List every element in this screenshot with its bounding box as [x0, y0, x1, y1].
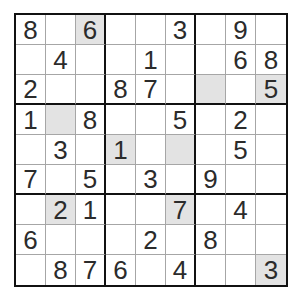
cell-r1c2[interactable] — [46, 15, 76, 45]
cell-r8c7[interactable]: 8 — [196, 225, 226, 255]
cell-r3c2[interactable] — [46, 75, 76, 105]
cell-r7c1[interactable] — [16, 195, 46, 225]
cell-r3c4[interactable]: 8 — [106, 75, 136, 105]
cell-r3c9[interactable]: 5 — [256, 75, 286, 105]
cell-r5c1[interactable] — [16, 135, 46, 165]
cell-r9c5[interactable] — [136, 255, 166, 285]
cell-r6c6[interactable] — [166, 165, 196, 195]
cell-r8c5[interactable]: 2 — [136, 225, 166, 255]
cell-r2c3[interactable] — [76, 45, 106, 75]
cell-r1c4[interactable] — [106, 15, 136, 45]
cell-r2c6[interactable] — [166, 45, 196, 75]
cell-r2c4[interactable] — [106, 45, 136, 75]
cell-r4c7[interactable] — [196, 105, 226, 135]
cell-r5c9[interactable] — [256, 135, 286, 165]
cell-r8c4[interactable] — [106, 225, 136, 255]
cell-r9c4[interactable]: 6 — [106, 255, 136, 285]
cell-r9c6[interactable]: 4 — [166, 255, 196, 285]
cell-r7c2[interactable]: 2 — [46, 195, 76, 225]
cell-r5c5[interactable] — [136, 135, 166, 165]
cell-r4c4[interactable] — [106, 105, 136, 135]
cell-r8c2[interactable] — [46, 225, 76, 255]
cell-r5c4[interactable]: 1 — [106, 135, 136, 165]
cell-r6c2[interactable] — [46, 165, 76, 195]
sudoku-page: { "game": "sudoku", "board": { "size": 9… — [0, 0, 300, 300]
cell-r6c4[interactable] — [106, 165, 136, 195]
cell-r1c5[interactable] — [136, 15, 166, 45]
cell-r4c6[interactable]: 5 — [166, 105, 196, 135]
cell-r8c8[interactable] — [226, 225, 256, 255]
cell-r7c4[interactable] — [106, 195, 136, 225]
sudoku-grid: 86394168287518523157539217462887643 — [14, 13, 288, 287]
cell-r9c1[interactable] — [16, 255, 46, 285]
cell-r1c3[interactable]: 6 — [76, 15, 106, 45]
cell-r4c2[interactable] — [46, 105, 76, 135]
cell-r4c3[interactable]: 8 — [76, 105, 106, 135]
cell-r5c7[interactable] — [196, 135, 226, 165]
cell-r5c6[interactable] — [166, 135, 196, 165]
cell-r8c1[interactable]: 6 — [16, 225, 46, 255]
cell-r7c3[interactable]: 1 — [76, 195, 106, 225]
cell-r1c8[interactable]: 9 — [226, 15, 256, 45]
cell-r7c6[interactable]: 7 — [166, 195, 196, 225]
cell-r6c1[interactable]: 7 — [16, 165, 46, 195]
cell-r1c1[interactable]: 8 — [16, 15, 46, 45]
cell-r2c1[interactable] — [16, 45, 46, 75]
cell-r4c8[interactable]: 2 — [226, 105, 256, 135]
cell-r4c5[interactable] — [136, 105, 166, 135]
cell-r5c2[interactable]: 3 — [46, 135, 76, 165]
cell-r9c2[interactable]: 8 — [46, 255, 76, 285]
cell-r7c8[interactable]: 4 — [226, 195, 256, 225]
cell-r4c1[interactable]: 1 — [16, 105, 46, 135]
cell-r2c5[interactable]: 1 — [136, 45, 166, 75]
cell-r3c7[interactable] — [196, 75, 226, 105]
cell-r3c1[interactable]: 2 — [16, 75, 46, 105]
cell-r3c8[interactable] — [226, 75, 256, 105]
cell-r9c7[interactable] — [196, 255, 226, 285]
cell-r2c2[interactable]: 4 — [46, 45, 76, 75]
cell-r6c5[interactable]: 3 — [136, 165, 166, 195]
cell-r6c9[interactable] — [256, 165, 286, 195]
cell-r5c3[interactable] — [76, 135, 106, 165]
cell-r2c9[interactable]: 8 — [256, 45, 286, 75]
cell-r9c3[interactable]: 7 — [76, 255, 106, 285]
cell-r2c8[interactable]: 6 — [226, 45, 256, 75]
cell-r3c5[interactable]: 7 — [136, 75, 166, 105]
cell-r8c3[interactable] — [76, 225, 106, 255]
cell-r1c9[interactable] — [256, 15, 286, 45]
cell-r3c6[interactable] — [166, 75, 196, 105]
cell-r6c8[interactable] — [226, 165, 256, 195]
cell-r2c7[interactable] — [196, 45, 226, 75]
cell-r1c7[interactable] — [196, 15, 226, 45]
cell-r7c9[interactable] — [256, 195, 286, 225]
cell-r9c9[interactable]: 3 — [256, 255, 286, 285]
cell-r1c6[interactable]: 3 — [166, 15, 196, 45]
cell-r4c9[interactable] — [256, 105, 286, 135]
cell-r5c8[interactable]: 5 — [226, 135, 256, 165]
sudoku-board: 86394168287518523157539217462887643 — [14, 13, 288, 287]
cell-r8c9[interactable] — [256, 225, 286, 255]
cell-r8c6[interactable] — [166, 225, 196, 255]
cell-r3c3[interactable] — [76, 75, 106, 105]
cell-r9c8[interactable] — [226, 255, 256, 285]
cell-r6c3[interactable]: 5 — [76, 165, 106, 195]
cell-r6c7[interactable]: 9 — [196, 165, 226, 195]
cell-r7c5[interactable] — [136, 195, 166, 225]
cell-r7c7[interactable] — [196, 195, 226, 225]
